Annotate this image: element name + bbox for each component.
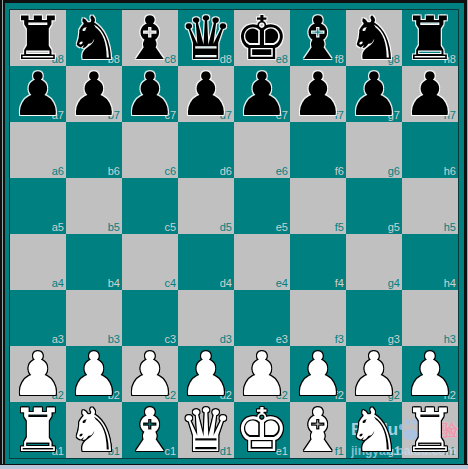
square-f8[interactable]: ♝f8	[290, 10, 346, 66]
black-rook[interactable]: ♜	[402, 10, 458, 66]
window-border-top	[0, 0, 468, 3]
chess-board: ♜a8♞b8♝c8♛d8♚e8♝f8♞g8♜h8♟a7♟b7♟c7♟d7♟e7♟…	[10, 10, 458, 458]
square-c8[interactable]: ♝c8	[122, 10, 178, 66]
square-h4[interactable]: h4	[402, 234, 458, 290]
square-a7[interactable]: ♟a7	[10, 66, 66, 122]
chess-app-window: ♜a8♞b8♝c8♛d8♚e8♝f8♞g8♜h8♟a7♟b7♟c7♟d7♟e7♟…	[0, 0, 468, 469]
white-rook[interactable]: ♜	[10, 402, 66, 458]
black-queen[interactable]: ♛	[178, 10, 234, 66]
white-pawn[interactable]: ♟	[234, 346, 290, 402]
square-b1[interactable]: ♞b1	[66, 402, 122, 458]
square-c1[interactable]: ♝c1	[122, 402, 178, 458]
square-label-f4: f4	[335, 278, 344, 289]
square-h1[interactable]: ♜h1	[402, 402, 458, 458]
black-rook[interactable]: ♜	[10, 10, 66, 66]
square-g5[interactable]: g5	[346, 178, 402, 234]
black-pawn[interactable]: ♟	[122, 66, 178, 122]
square-label-a4: a4	[52, 278, 64, 289]
black-knight[interactable]: ♞	[346, 10, 402, 66]
white-pawn[interactable]: ♟	[66, 346, 122, 402]
square-c6[interactable]: c6	[122, 122, 178, 178]
square-d6[interactable]: d6	[178, 122, 234, 178]
square-g3[interactable]: g3	[346, 290, 402, 346]
white-pawn[interactable]: ♟	[346, 346, 402, 402]
square-g6[interactable]: g6	[346, 122, 402, 178]
square-e7[interactable]: ♟e7	[234, 66, 290, 122]
square-label-d4: d4	[220, 278, 232, 289]
square-e2[interactable]: ♟e2	[234, 346, 290, 402]
square-b6[interactable]: b6	[66, 122, 122, 178]
square-label-c4: c4	[164, 278, 176, 289]
square-e4[interactable]: e4	[234, 234, 290, 290]
square-c4[interactable]: c4	[122, 234, 178, 290]
black-pawn[interactable]: ♟	[402, 66, 458, 122]
square-f7[interactable]: ♟f7	[290, 66, 346, 122]
square-f2[interactable]: ♟f2	[290, 346, 346, 402]
square-label-b4: b4	[108, 278, 120, 289]
square-e6[interactable]: e6	[234, 122, 290, 178]
square-d5[interactable]: d5	[178, 178, 234, 234]
square-f5[interactable]: f5	[290, 178, 346, 234]
black-pawn[interactable]: ♟	[346, 66, 402, 122]
square-h2[interactable]: ♟h2	[402, 346, 458, 402]
square-f6[interactable]: f6	[290, 122, 346, 178]
square-e8[interactable]: ♚e8	[234, 10, 290, 66]
white-queen[interactable]: ♛	[178, 402, 234, 458]
white-pawn[interactable]: ♟	[402, 346, 458, 402]
black-pawn[interactable]: ♟	[290, 66, 346, 122]
square-h8[interactable]: ♜h8	[402, 10, 458, 66]
white-pawn[interactable]: ♟	[10, 346, 66, 402]
square-label-a5: a5	[52, 222, 64, 233]
white-pawn[interactable]: ♟	[290, 346, 346, 402]
square-b8[interactable]: ♞b8	[66, 10, 122, 66]
square-f1[interactable]: ♝f1	[290, 402, 346, 458]
square-g2[interactable]: ♟g2	[346, 346, 402, 402]
square-b7[interactable]: ♟b7	[66, 66, 122, 122]
square-h5[interactable]: h5	[402, 178, 458, 234]
square-c3[interactable]: c3	[122, 290, 178, 346]
black-bishop[interactable]: ♝	[122, 10, 178, 66]
square-a3[interactable]: a3	[10, 290, 66, 346]
black-pawn[interactable]: ♟	[66, 66, 122, 122]
black-pawn[interactable]: ♟	[178, 66, 234, 122]
square-e1[interactable]: ♚e1	[234, 402, 290, 458]
square-d3[interactable]: d3	[178, 290, 234, 346]
square-a5[interactable]: a5	[10, 178, 66, 234]
square-e5[interactable]: e5	[234, 178, 290, 234]
window-border-left	[0, 0, 5, 469]
white-bishop[interactable]: ♝	[122, 402, 178, 458]
white-bishop[interactable]: ♝	[290, 402, 346, 458]
window-border-bottom	[0, 464, 468, 469]
square-f3[interactable]: f3	[290, 290, 346, 346]
square-label-e6: e6	[276, 166, 288, 177]
square-b2[interactable]: ♟b2	[66, 346, 122, 402]
square-h3[interactable]: h3	[402, 290, 458, 346]
black-bishop[interactable]: ♝	[290, 10, 346, 66]
square-label-d6: d6	[220, 166, 232, 177]
square-label-e5: e5	[276, 222, 288, 233]
square-c2[interactable]: ♟c2	[122, 346, 178, 402]
window-border-right	[464, 0, 468, 469]
square-a6[interactable]: a6	[10, 122, 66, 178]
square-d7[interactable]: ♟d7	[178, 66, 234, 122]
square-a2[interactable]: ♟a2	[10, 346, 66, 402]
square-label-h4: h4	[444, 278, 456, 289]
black-knight[interactable]: ♞	[66, 10, 122, 66]
white-king[interactable]: ♚	[234, 402, 290, 458]
square-label-h5: h5	[444, 222, 456, 233]
square-g1[interactable]: ♞g1	[346, 402, 402, 458]
square-e3[interactable]: e3	[234, 290, 290, 346]
black-king[interactable]: ♚	[234, 10, 290, 66]
square-label-g6: g6	[388, 166, 400, 177]
square-label-f5: f5	[335, 222, 344, 233]
square-c7[interactable]: ♟c7	[122, 66, 178, 122]
square-h6[interactable]: h6	[402, 122, 458, 178]
black-pawn[interactable]: ♟	[10, 66, 66, 122]
square-a8[interactable]: ♜a8	[10, 10, 66, 66]
square-g8[interactable]: ♞g8	[346, 10, 402, 66]
square-d8[interactable]: ♛d8	[178, 10, 234, 66]
square-label-g5: g5	[388, 222, 400, 233]
square-d4[interactable]: d4	[178, 234, 234, 290]
white-pawn[interactable]: ♟	[122, 346, 178, 402]
square-label-h6: h6	[444, 166, 456, 177]
square-b4[interactable]: b4	[66, 234, 122, 290]
square-label-f6: f6	[335, 166, 344, 177]
square-b3[interactable]: b3	[66, 290, 122, 346]
square-label-c6: c6	[164, 166, 176, 177]
square-label-c5: c5	[164, 222, 176, 233]
square-c5[interactable]: c5	[122, 178, 178, 234]
square-a4[interactable]: a4	[10, 234, 66, 290]
square-label-b5: b5	[108, 222, 120, 233]
square-d2[interactable]: ♟d2	[178, 346, 234, 402]
white-pawn[interactable]: ♟	[178, 346, 234, 402]
white-rook[interactable]: ♜	[402, 402, 458, 458]
square-label-d5: d5	[220, 222, 232, 233]
square-label-b6: b6	[108, 166, 120, 177]
white-knight[interactable]: ♞	[346, 402, 402, 458]
square-d1[interactable]: ♛d1	[178, 402, 234, 458]
square-b5[interactable]: b5	[66, 178, 122, 234]
square-label-g4: g4	[388, 278, 400, 289]
square-g7[interactable]: ♟g7	[346, 66, 402, 122]
square-h7[interactable]: ♟h7	[402, 66, 458, 122]
square-f4[interactable]: f4	[290, 234, 346, 290]
square-label-e4: e4	[276, 278, 288, 289]
square-g4[interactable]: g4	[346, 234, 402, 290]
black-pawn[interactable]: ♟	[234, 66, 290, 122]
square-a1[interactable]: ♜a1	[10, 402, 66, 458]
square-label-a6: a6	[52, 166, 64, 177]
white-knight[interactable]: ♞	[66, 402, 122, 458]
